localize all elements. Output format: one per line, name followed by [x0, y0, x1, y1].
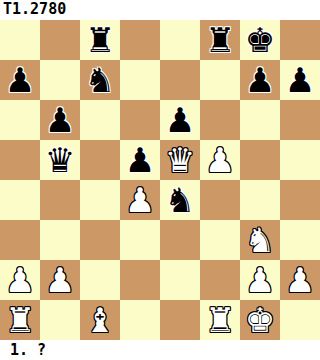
square-a5[interactable] [0, 140, 40, 180]
square-e3[interactable] [160, 220, 200, 260]
piece-white-pawn: ♟ [125, 180, 155, 220]
square-c6[interactable] [80, 100, 120, 140]
square-c8[interactable]: ♜ [80, 20, 120, 60]
square-d2[interactable] [120, 260, 160, 300]
square-d8[interactable] [120, 20, 160, 60]
piece-black-pawn: ♟ [285, 60, 315, 100]
square-a1[interactable]: ♜ [0, 300, 40, 340]
piece-white-knight: ♞ [245, 220, 275, 260]
square-f6[interactable] [200, 100, 240, 140]
piece-black-rook: ♜ [205, 20, 235, 60]
piece-black-pawn: ♟ [5, 60, 35, 100]
square-f7[interactable] [200, 60, 240, 100]
square-h7[interactable]: ♟ [280, 60, 320, 100]
square-b2[interactable]: ♟ [40, 260, 80, 300]
square-h2[interactable]: ♟ [280, 260, 320, 300]
square-e2[interactable] [160, 260, 200, 300]
piece-white-pawn: ♟ [5, 260, 35, 300]
puzzle-title: T1.2780 [0, 0, 320, 20]
square-e4[interactable]: ♞ [160, 180, 200, 220]
square-e7[interactable] [160, 60, 200, 100]
square-g2[interactable]: ♟ [240, 260, 280, 300]
square-c1[interactable]: ♝ [80, 300, 120, 340]
square-g3[interactable]: ♞ [240, 220, 280, 260]
piece-black-king: ♚ [245, 20, 275, 60]
square-h3[interactable] [280, 220, 320, 260]
square-e6[interactable]: ♟ [160, 100, 200, 140]
square-b6[interactable]: ♟ [40, 100, 80, 140]
square-b1[interactable] [40, 300, 80, 340]
square-a4[interactable] [0, 180, 40, 220]
square-c7[interactable]: ♞ [80, 60, 120, 100]
square-f8[interactable]: ♜ [200, 20, 240, 60]
square-e8[interactable] [160, 20, 200, 60]
chess-board: ♜♜♚♟♞♟♟♟♟♛♟♛♟♟♞♞♟♟♟♟♜♝♜♚ [0, 20, 320, 340]
square-d6[interactable] [120, 100, 160, 140]
square-c5[interactable] [80, 140, 120, 180]
square-f2[interactable] [200, 260, 240, 300]
square-a2[interactable]: ♟ [0, 260, 40, 300]
square-c3[interactable] [80, 220, 120, 260]
square-a8[interactable] [0, 20, 40, 60]
square-h8[interactable] [280, 20, 320, 60]
piece-white-pawn: ♟ [45, 260, 75, 300]
square-g6[interactable] [240, 100, 280, 140]
square-f5[interactable]: ♟ [200, 140, 240, 180]
square-g8[interactable]: ♚ [240, 20, 280, 60]
piece-white-pawn: ♟ [285, 260, 315, 300]
piece-white-pawn: ♟ [205, 140, 235, 180]
square-e5[interactable]: ♛ [160, 140, 200, 180]
piece-black-pawn: ♟ [245, 60, 275, 100]
move-prompt: 1. ? [0, 340, 320, 360]
square-f3[interactable] [200, 220, 240, 260]
square-b3[interactable] [40, 220, 80, 260]
square-b8[interactable] [40, 20, 80, 60]
piece-black-pawn: ♟ [45, 100, 75, 140]
square-d5[interactable]: ♟ [120, 140, 160, 180]
square-d7[interactable] [120, 60, 160, 100]
piece-black-knight: ♞ [165, 180, 195, 220]
piece-black-pawn: ♟ [165, 100, 195, 140]
piece-white-bishop: ♝ [85, 300, 115, 340]
square-c2[interactable] [80, 260, 120, 300]
piece-white-king: ♚ [245, 300, 275, 340]
square-d4[interactable]: ♟ [120, 180, 160, 220]
chess-diagram: T1.2780 ♜♜♚♟♞♟♟♟♟♛♟♛♟♟♞♞♟♟♟♟♜♝♜♚ 1. ? [0, 0, 320, 360]
square-g7[interactable]: ♟ [240, 60, 280, 100]
square-f4[interactable] [200, 180, 240, 220]
piece-white-queen: ♛ [165, 140, 195, 180]
square-d1[interactable] [120, 300, 160, 340]
square-h6[interactable] [280, 100, 320, 140]
square-h4[interactable] [280, 180, 320, 220]
square-a7[interactable]: ♟ [0, 60, 40, 100]
piece-black-pawn: ♟ [125, 140, 155, 180]
square-a3[interactable] [0, 220, 40, 260]
square-g1[interactable]: ♚ [240, 300, 280, 340]
square-h5[interactable] [280, 140, 320, 180]
square-g5[interactable] [240, 140, 280, 180]
square-b7[interactable] [40, 60, 80, 100]
piece-white-rook: ♜ [5, 300, 35, 340]
piece-black-rook: ♜ [85, 20, 115, 60]
piece-white-rook: ♜ [205, 300, 235, 340]
square-b4[interactable] [40, 180, 80, 220]
square-e1[interactable] [160, 300, 200, 340]
piece-black-queen: ♛ [45, 140, 75, 180]
square-f1[interactable]: ♜ [200, 300, 240, 340]
square-d3[interactable] [120, 220, 160, 260]
piece-black-knight: ♞ [85, 60, 115, 100]
square-a6[interactable] [0, 100, 40, 140]
square-b5[interactable]: ♛ [40, 140, 80, 180]
square-c4[interactable] [80, 180, 120, 220]
square-g4[interactable] [240, 180, 280, 220]
square-h1[interactable] [280, 300, 320, 340]
piece-white-pawn: ♟ [245, 260, 275, 300]
